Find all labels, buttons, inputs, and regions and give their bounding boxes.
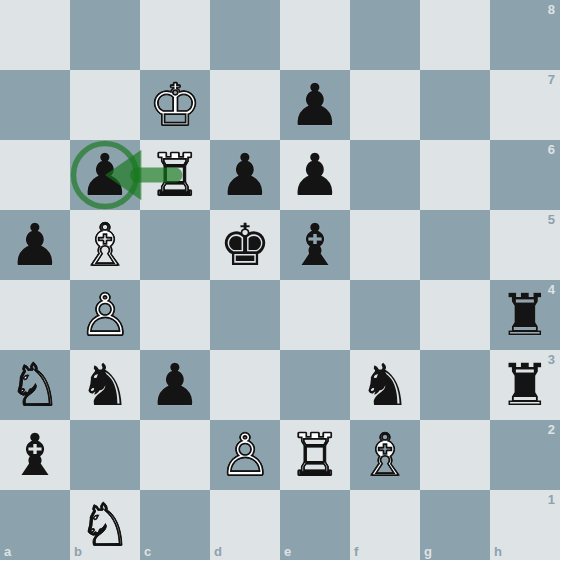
square-e5[interactable]: ♝	[280, 210, 350, 280]
white-knight[interactable]: ♘	[79, 490, 131, 560]
black-knight[interactable]: ♞	[79, 350, 131, 420]
white-rook[interactable]: ♖	[289, 420, 341, 490]
square-d5[interactable]: ♚	[210, 210, 280, 280]
file-label-f: f	[354, 545, 358, 558]
square-a5[interactable]: ♟	[0, 210, 70, 280]
square-h7[interactable]: 7	[490, 70, 560, 140]
square-g7[interactable]	[420, 70, 490, 140]
square-g4[interactable]	[420, 280, 490, 350]
black-knight[interactable]: ♞	[359, 350, 411, 420]
square-a6[interactable]	[0, 140, 70, 210]
square-h1[interactable]: h1	[490, 490, 560, 560]
white-pawn[interactable]: ♙	[219, 420, 271, 490]
square-b6[interactable]: ♟	[70, 140, 140, 210]
rank-label-8: 8	[548, 3, 555, 16]
square-a4[interactable]	[0, 280, 70, 350]
file-label-e: e	[284, 545, 291, 558]
black-rook[interactable]: ♜	[499, 280, 551, 350]
black-bishop[interactable]: ♝	[9, 420, 61, 490]
black-king[interactable]: ♚	[219, 210, 271, 280]
white-bishop[interactable]: ♗	[79, 210, 131, 280]
square-h3[interactable]: ♜3	[490, 350, 560, 420]
white-king[interactable]: ♔	[149, 70, 201, 140]
black-pawn[interactable]: ♟	[9, 210, 61, 280]
square-d7[interactable]	[210, 70, 280, 140]
rank-label-1: 1	[548, 493, 555, 506]
square-d8[interactable]	[210, 0, 280, 70]
white-pawn[interactable]: ♙	[79, 280, 131, 350]
square-a2[interactable]: ♝	[0, 420, 70, 490]
square-e8[interactable]	[280, 0, 350, 70]
square-e1[interactable]: e	[280, 490, 350, 560]
square-g6[interactable]	[420, 140, 490, 210]
square-e2[interactable]: ♖	[280, 420, 350, 490]
file-label-c: c	[144, 545, 151, 558]
black-pawn[interactable]: ♟	[289, 140, 341, 210]
square-f8[interactable]	[350, 0, 420, 70]
square-e3[interactable]	[280, 350, 350, 420]
square-c7[interactable]: ♔	[140, 70, 210, 140]
square-b5[interactable]: ♗	[70, 210, 140, 280]
square-d2[interactable]: ♙	[210, 420, 280, 490]
square-b2[interactable]	[70, 420, 140, 490]
square-a7[interactable]	[0, 70, 70, 140]
square-f2[interactable]: ♗	[350, 420, 420, 490]
rank-label-6: 6	[548, 143, 555, 156]
rank-label-7: 7	[548, 73, 555, 86]
square-g8[interactable]	[420, 0, 490, 70]
file-label-d: d	[214, 545, 222, 558]
square-c8[interactable]	[140, 0, 210, 70]
square-f7[interactable]	[350, 70, 420, 140]
square-a1[interactable]: a	[0, 490, 70, 560]
square-b4[interactable]: ♙	[70, 280, 140, 350]
chess-board: 8♔♟7♟♖♟♟6♟♗♚♝5♙♜4♘♞♟♞♜3♝♙♖♗2a♘bcdefgh1	[0, 0, 563, 563]
black-rook[interactable]: ♜	[499, 350, 551, 420]
square-f6[interactable]	[350, 140, 420, 210]
black-bishop[interactable]: ♝	[289, 210, 341, 280]
white-rook[interactable]: ♖	[149, 140, 201, 210]
square-g3[interactable]	[420, 350, 490, 420]
square-b8[interactable]	[70, 0, 140, 70]
square-a3[interactable]: ♘	[0, 350, 70, 420]
square-g2[interactable]	[420, 420, 490, 490]
square-h2[interactable]: 2	[490, 420, 560, 490]
white-knight[interactable]: ♘	[9, 350, 61, 420]
black-pawn[interactable]: ♟	[219, 140, 271, 210]
square-d3[interactable]	[210, 350, 280, 420]
rank-label-5: 5	[548, 213, 555, 226]
square-h6[interactable]: 6	[490, 140, 560, 210]
square-d4[interactable]	[210, 280, 280, 350]
square-g1[interactable]: g	[420, 490, 490, 560]
square-a8[interactable]	[0, 0, 70, 70]
square-d6[interactable]: ♟	[210, 140, 280, 210]
square-h4[interactable]: ♜4	[490, 280, 560, 350]
square-b7[interactable]	[70, 70, 140, 140]
square-c1[interactable]: c	[140, 490, 210, 560]
black-pawn[interactable]: ♟	[79, 140, 131, 210]
square-d1[interactable]: d	[210, 490, 280, 560]
board-grid: 8♔♟7♟♖♟♟6♟♗♚♝5♙♜4♘♞♟♞♜3♝♙♖♗2a♘bcdefgh1	[0, 0, 560, 560]
file-label-a: a	[4, 545, 11, 558]
square-c4[interactable]	[140, 280, 210, 350]
square-f3[interactable]: ♞	[350, 350, 420, 420]
square-h8[interactable]: 8	[490, 0, 560, 70]
square-e6[interactable]: ♟	[280, 140, 350, 210]
square-c6[interactable]: ♖	[140, 140, 210, 210]
square-f1[interactable]: f	[350, 490, 420, 560]
square-f5[interactable]	[350, 210, 420, 280]
square-b1[interactable]: ♘b	[70, 490, 140, 560]
rank-label-2: 2	[548, 423, 555, 436]
square-h5[interactable]: 5	[490, 210, 560, 280]
white-bishop[interactable]: ♗	[359, 420, 411, 490]
file-label-g: g	[424, 545, 432, 558]
black-pawn[interactable]: ♟	[289, 70, 341, 140]
square-b3[interactable]: ♞	[70, 350, 140, 420]
square-f4[interactable]	[350, 280, 420, 350]
square-e4[interactable]	[280, 280, 350, 350]
square-c2[interactable]	[140, 420, 210, 490]
square-g5[interactable]	[420, 210, 490, 280]
square-e7[interactable]: ♟	[280, 70, 350, 140]
square-c5[interactable]	[140, 210, 210, 280]
file-label-h: h	[494, 545, 502, 558]
black-pawn[interactable]: ♟	[149, 350, 201, 420]
square-c3[interactable]: ♟	[140, 350, 210, 420]
